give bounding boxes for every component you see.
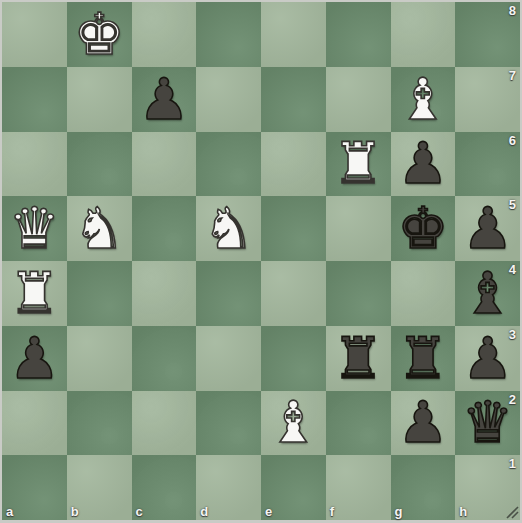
square-h4[interactable]: 4♝	[455, 261, 520, 326]
square-e4[interactable]	[261, 261, 326, 326]
square-d4[interactable]	[196, 261, 261, 326]
file-label-f: f	[330, 504, 334, 519]
white-bishop[interactable]: ♝	[268, 394, 319, 451]
rank-label-8: 8	[509, 3, 516, 18]
square-b8[interactable]: ♚	[67, 2, 132, 67]
square-a4[interactable]: ♜	[2, 261, 67, 326]
square-b3[interactable]	[67, 326, 132, 391]
square-g2[interactable]: ♟	[391, 391, 456, 456]
square-c7[interactable]: ♟	[132, 67, 197, 132]
file-label-a: a	[6, 504, 13, 519]
square-e2[interactable]: ♝	[261, 391, 326, 456]
square-c5[interactable]	[132, 196, 197, 261]
square-b6[interactable]	[67, 132, 132, 197]
white-rook[interactable]: ♜	[333, 135, 384, 192]
square-b5[interactable]: ♞	[67, 196, 132, 261]
square-f1[interactable]: f	[326, 455, 391, 520]
black-pawn[interactable]: ♟	[462, 200, 513, 257]
square-c8[interactable]	[132, 2, 197, 67]
square-e7[interactable]	[261, 67, 326, 132]
square-f7[interactable]	[326, 67, 391, 132]
white-rook[interactable]: ♜	[9, 265, 60, 322]
file-label-g: g	[395, 504, 403, 519]
square-d8[interactable]	[196, 2, 261, 67]
file-label-b: b	[71, 504, 79, 519]
square-d2[interactable]	[196, 391, 261, 456]
square-f2[interactable]	[326, 391, 391, 456]
square-f3[interactable]: ♜	[326, 326, 391, 391]
white-knight[interactable]: ♞	[74, 200, 125, 257]
square-a1[interactable]: a	[2, 455, 67, 520]
square-e1[interactable]: e	[261, 455, 326, 520]
white-knight[interactable]: ♞	[203, 200, 254, 257]
square-d3[interactable]	[196, 326, 261, 391]
square-g4[interactable]	[391, 261, 456, 326]
square-d1[interactable]: d	[196, 455, 261, 520]
square-d7[interactable]	[196, 67, 261, 132]
square-a2[interactable]	[2, 391, 67, 456]
white-queen[interactable]: ♛	[9, 200, 60, 257]
square-g6[interactable]: ♟	[391, 132, 456, 197]
square-f8[interactable]	[326, 2, 391, 67]
square-h6[interactable]: 6	[455, 132, 520, 197]
square-d6[interactable]	[196, 132, 261, 197]
square-c2[interactable]	[132, 391, 197, 456]
square-a5[interactable]: ♛	[2, 196, 67, 261]
square-e3[interactable]	[261, 326, 326, 391]
square-g3[interactable]: ♜	[391, 326, 456, 391]
square-a8[interactable]	[2, 2, 67, 67]
square-g8[interactable]	[391, 2, 456, 67]
square-b7[interactable]	[67, 67, 132, 132]
square-a7[interactable]	[2, 67, 67, 132]
square-c6[interactable]	[132, 132, 197, 197]
square-b4[interactable]	[67, 261, 132, 326]
black-rook[interactable]: ♜	[333, 330, 384, 387]
file-label-h: h	[459, 504, 467, 519]
square-a6[interactable]	[2, 132, 67, 197]
chess-board: ♚8♟♝7♜♟6♛♞♞♚5♟♜4♝♟♜♜3♟♝♟2♛abcdefg1h	[2, 2, 520, 520]
chess-board-frame: ♚8♟♝7♜♟6♛♞♞♚5♟♜4♝♟♜♜3♟♝♟2♛abcdefg1h	[0, 0, 522, 523]
rank-label-6: 6	[509, 133, 516, 148]
square-c1[interactable]: c	[132, 455, 197, 520]
square-f5[interactable]	[326, 196, 391, 261]
square-h8[interactable]: 8	[455, 2, 520, 67]
file-label-d: d	[200, 504, 208, 519]
black-queen[interactable]: ♛	[462, 394, 513, 451]
file-label-e: e	[265, 504, 272, 519]
black-pawn[interactable]: ♟	[138, 71, 189, 128]
black-pawn[interactable]: ♟	[462, 330, 513, 387]
square-h7[interactable]: 7	[455, 67, 520, 132]
square-f4[interactable]	[326, 261, 391, 326]
square-d5[interactable]: ♞	[196, 196, 261, 261]
square-b1[interactable]: b	[67, 455, 132, 520]
rank-label-7: 7	[509, 68, 516, 83]
resize-grip-icon[interactable]	[505, 505, 519, 519]
black-king[interactable]: ♚	[397, 200, 448, 257]
square-c3[interactable]	[132, 326, 197, 391]
square-e5[interactable]	[261, 196, 326, 261]
square-a3[interactable]: ♟	[2, 326, 67, 391]
square-e6[interactable]	[261, 132, 326, 197]
white-king[interactable]: ♚	[74, 6, 125, 63]
square-h3[interactable]: 3♟	[455, 326, 520, 391]
square-e8[interactable]	[261, 2, 326, 67]
black-rook[interactable]: ♜	[397, 330, 448, 387]
square-f6[interactable]: ♜	[326, 132, 391, 197]
square-h2[interactable]: 2♛	[455, 391, 520, 456]
square-g1[interactable]: g	[391, 455, 456, 520]
square-b2[interactable]	[67, 391, 132, 456]
black-pawn[interactable]: ♟	[9, 330, 60, 387]
square-h5[interactable]: 5♟	[455, 196, 520, 261]
square-c4[interactable]	[132, 261, 197, 326]
rank-label-1: 1	[509, 456, 516, 471]
black-pawn[interactable]: ♟	[397, 135, 448, 192]
black-bishop[interactable]: ♝	[462, 265, 513, 322]
square-g7[interactable]: ♝	[391, 67, 456, 132]
square-g5[interactable]: ♚	[391, 196, 456, 261]
white-bishop[interactable]: ♝	[397, 71, 448, 128]
black-pawn[interactable]: ♟	[397, 394, 448, 451]
file-label-c: c	[136, 504, 143, 519]
